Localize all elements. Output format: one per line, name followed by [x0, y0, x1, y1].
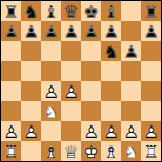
square-g7[interactable] — [121, 21, 141, 41]
square-a1[interactable]: ♜♖ — [1, 141, 21, 161]
black-king-icon: ♚♔ — [81, 1, 101, 21]
square-c2[interactable] — [41, 121, 61, 141]
square-h4[interactable] — [141, 81, 161, 101]
square-g5[interactable] — [121, 61, 141, 81]
square-c4[interactable]: ♟♙ — [41, 81, 61, 101]
square-f4[interactable] — [101, 81, 121, 101]
square-d8[interactable]: ♛♕ — [61, 1, 81, 21]
black-knight-icon: ♞♘ — [101, 41, 121, 61]
white-rook-icon: ♜♖ — [141, 141, 161, 161]
square-f2[interactable]: ♟♙ — [101, 121, 121, 141]
square-b3[interactable] — [21, 101, 41, 121]
square-d4[interactable]: ♟♙ — [61, 81, 81, 101]
square-c8[interactable]: ♝♗ — [41, 1, 61, 21]
square-h2[interactable]: ♟♙ — [141, 121, 161, 141]
white-pawn-icon: ♟♙ — [121, 121, 141, 141]
square-g8[interactable] — [121, 1, 141, 21]
square-e1[interactable]: ♚♔ — [81, 141, 101, 161]
black-queen-icon: ♛♕ — [61, 1, 81, 21]
square-e6[interactable] — [81, 41, 101, 61]
white-pawn-icon: ♟♙ — [41, 81, 61, 101]
square-h6[interactable] — [141, 41, 161, 61]
black-pawn-icon: ♟♙ — [81, 21, 101, 41]
square-b2[interactable]: ♟♙ — [21, 121, 41, 141]
square-d2[interactable] — [61, 121, 81, 141]
square-f3[interactable] — [101, 101, 121, 121]
black-pawn-icon: ♟♙ — [61, 21, 81, 41]
white-queen-icon: ♛♕ — [61, 141, 81, 161]
square-e4[interactable] — [81, 81, 101, 101]
black-knight-icon: ♞♘ — [21, 1, 41, 21]
square-g2[interactable]: ♟♙ — [121, 121, 141, 141]
square-e3[interactable] — [81, 101, 101, 121]
white-rook-icon: ♜♖ — [1, 141, 21, 161]
white-pawn-icon: ♟♙ — [141, 121, 161, 141]
square-f5[interactable] — [101, 61, 121, 81]
square-c6[interactable] — [41, 41, 61, 61]
white-pawn-icon: ♟♙ — [1, 121, 21, 141]
black-pawn-icon: ♟♙ — [1, 21, 21, 41]
square-c1[interactable]: ♝♗ — [41, 141, 61, 161]
square-a2[interactable]: ♟♙ — [1, 121, 21, 141]
square-a3[interactable] — [1, 101, 21, 121]
black-bishop-icon: ♝♗ — [41, 1, 61, 21]
square-f8[interactable]: ♝♗ — [101, 1, 121, 21]
square-d6[interactable] — [61, 41, 81, 61]
white-bishop-icon: ♝♗ — [101, 141, 121, 161]
square-c3[interactable]: ♞♘ — [41, 101, 61, 121]
square-b1[interactable] — [21, 141, 41, 161]
white-pawn-icon: ♟♙ — [61, 81, 81, 101]
chess-board: ♜♖♞♘♝♗♛♕♚♔♝♗♜♖♟♙♟♙♟♙♟♙♟♙♟♙♟♙♞♘♟♙♟♙♟♙♞♘♟♙… — [0, 0, 162, 162]
square-h5[interactable] — [141, 61, 161, 81]
square-d5[interactable] — [61, 61, 81, 81]
square-b4[interactable] — [21, 81, 41, 101]
black-pawn-icon: ♟♙ — [101, 21, 121, 41]
square-g3[interactable] — [121, 101, 141, 121]
square-b8[interactable]: ♞♘ — [21, 1, 41, 21]
square-c7[interactable]: ♟♙ — [41, 21, 61, 41]
square-g6[interactable]: ♟♙ — [121, 41, 141, 61]
black-pawn-icon: ♟♙ — [41, 21, 61, 41]
square-c5[interactable] — [41, 61, 61, 81]
white-knight-icon: ♞♘ — [121, 141, 141, 161]
square-e7[interactable]: ♟♙ — [81, 21, 101, 41]
white-pawn-icon: ♟♙ — [101, 121, 121, 141]
black-bishop-icon: ♝♗ — [101, 1, 121, 21]
white-king-icon: ♚♔ — [81, 141, 101, 161]
square-g1[interactable]: ♞♘ — [121, 141, 141, 161]
square-g4[interactable] — [121, 81, 141, 101]
square-h8[interactable]: ♜♖ — [141, 1, 161, 21]
black-pawn-icon: ♟♙ — [21, 21, 41, 41]
square-e5[interactable] — [81, 61, 101, 81]
square-b7[interactable]: ♟♙ — [21, 21, 41, 41]
white-pawn-icon: ♟♙ — [21, 121, 41, 141]
square-b6[interactable] — [21, 41, 41, 61]
square-b5[interactable] — [21, 61, 41, 81]
square-f7[interactable]: ♟♙ — [101, 21, 121, 41]
square-d7[interactable]: ♟♙ — [61, 21, 81, 41]
square-a7[interactable]: ♟♙ — [1, 21, 21, 41]
square-d3[interactable] — [61, 101, 81, 121]
square-h1[interactable]: ♜♖ — [141, 141, 161, 161]
white-bishop-icon: ♝♗ — [41, 141, 61, 161]
square-a6[interactable] — [1, 41, 21, 61]
black-rook-icon: ♜♖ — [1, 1, 21, 21]
square-e8[interactable]: ♚♔ — [81, 1, 101, 21]
square-a5[interactable] — [1, 61, 21, 81]
black-pawn-icon: ♟♙ — [121, 41, 141, 61]
square-d1[interactable]: ♛♕ — [61, 141, 81, 161]
square-h7[interactable]: ♟♙ — [141, 21, 161, 41]
black-rook-icon: ♜♖ — [141, 1, 161, 21]
white-knight-icon: ♞♘ — [41, 101, 61, 121]
square-a8[interactable]: ♜♖ — [1, 1, 21, 21]
white-pawn-icon: ♟♙ — [81, 121, 101, 141]
square-e2[interactable]: ♟♙ — [81, 121, 101, 141]
square-f6[interactable]: ♞♘ — [101, 41, 121, 61]
square-h3[interactable] — [141, 101, 161, 121]
black-pawn-icon: ♟♙ — [141, 21, 161, 41]
square-a4[interactable] — [1, 81, 21, 101]
square-f1[interactable]: ♝♗ — [101, 141, 121, 161]
